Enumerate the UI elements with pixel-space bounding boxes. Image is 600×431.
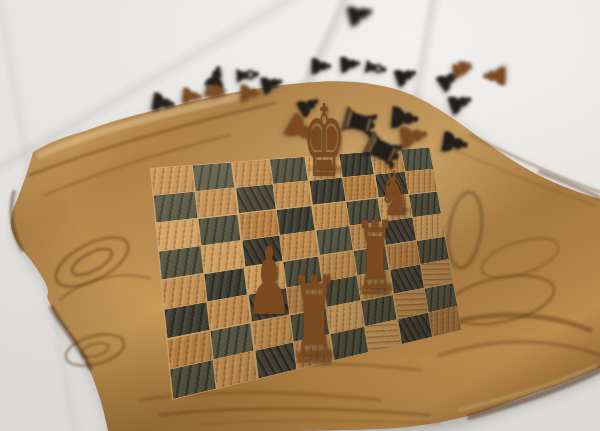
scene: ♚♞♜♟♜♟♟♟♝♞♟♟♟♟♟♝♟♟♞♟♟♟♟♜♜♟♟♟ (0, 0, 600, 431)
loose-piece-black-pawn-23[interactable]: ♟ (436, 125, 475, 161)
loose-piece-black-bishop-11[interactable]: ♝ (359, 53, 391, 83)
piece-white-rook-d1[interactable]: ♜ (288, 261, 340, 381)
loose-piece-black-pawn-1[interactable]: ♟ (146, 87, 180, 119)
loose-piece-white-pawn-22[interactable]: ♟ (392, 117, 433, 155)
piece-white-rook-f3[interactable]: ♜ (354, 208, 396, 310)
loose-piece-white-knight-14[interactable]: ♞ (447, 55, 477, 82)
loose-piece-white-pawn-15[interactable]: ♟ (480, 63, 510, 90)
loose-piece-black-pawn-16[interactable]: ♟ (341, 0, 379, 32)
pieces-layer: ♚♞♜♟♜♟♟♟♝♞♟♟♟♟♟♝♟♟♞♟♟♟♟♜♜♟♟♟ (0, 0, 600, 431)
loose-piece-black-pawn-9[interactable]: ♟ (308, 54, 334, 77)
piece-white-pawn-c3[interactable]: ♟ (245, 235, 292, 329)
loose-piece-black-pawn-7[interactable]: ♟ (254, 68, 288, 100)
